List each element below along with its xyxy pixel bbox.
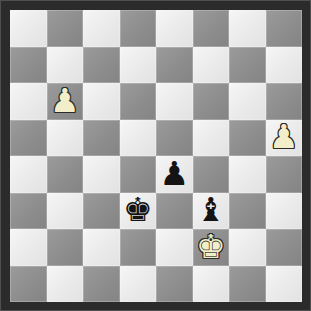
square-b7[interactable]: [47, 47, 84, 84]
square-f4[interactable]: [193, 156, 230, 193]
white-king-f2: ♚: [196, 230, 226, 263]
square-g2[interactable]: [229, 229, 266, 266]
square-f2[interactable]: ♚: [193, 229, 230, 266]
square-c1[interactable]: [83, 266, 120, 303]
square-d3[interactable]: ♚: [120, 193, 157, 230]
square-h6[interactable]: [266, 83, 303, 120]
square-b5[interactable]: [47, 120, 84, 157]
square-f6[interactable]: [193, 83, 230, 120]
square-h7[interactable]: [266, 47, 303, 84]
white-pawn-b6: ♟: [50, 84, 80, 117]
square-f1[interactable]: [193, 266, 230, 303]
square-h1[interactable]: [266, 266, 303, 303]
black-king-d3: ♚: [123, 193, 153, 226]
square-d7[interactable]: [120, 47, 157, 84]
square-d5[interactable]: [120, 120, 157, 157]
square-b6[interactable]: ♟: [47, 83, 84, 120]
square-g7[interactable]: [229, 47, 266, 84]
square-e4[interactable]: ♟: [156, 156, 193, 193]
square-a7[interactable]: [10, 47, 47, 84]
square-d8[interactable]: [120, 10, 157, 47]
square-e8[interactable]: [156, 10, 193, 47]
square-e1[interactable]: [156, 266, 193, 303]
square-f8[interactable]: [193, 10, 230, 47]
square-a2[interactable]: [10, 229, 47, 266]
square-g3[interactable]: [229, 193, 266, 230]
square-a8[interactable]: [10, 10, 47, 47]
square-d2[interactable]: [120, 229, 157, 266]
square-e5[interactable]: [156, 120, 193, 157]
square-a3[interactable]: [10, 193, 47, 230]
chess-board: ♟♟♟♚♝♚: [10, 10, 302, 302]
square-g6[interactable]: [229, 83, 266, 120]
black-bishop-f3: ♝: [196, 193, 226, 226]
square-c3[interactable]: [83, 193, 120, 230]
square-f7[interactable]: [193, 47, 230, 84]
square-d6[interactable]: [120, 83, 157, 120]
square-g1[interactable]: [229, 266, 266, 303]
square-f3[interactable]: ♝: [193, 193, 230, 230]
chess-board-frame: ♟♟♟♚♝♚: [0, 0, 311, 311]
square-c5[interactable]: [83, 120, 120, 157]
square-a4[interactable]: [10, 156, 47, 193]
square-h4[interactable]: [266, 156, 303, 193]
square-a6[interactable]: [10, 83, 47, 120]
square-e6[interactable]: [156, 83, 193, 120]
square-b3[interactable]: [47, 193, 84, 230]
square-c4[interactable]: [83, 156, 120, 193]
square-d1[interactable]: [120, 266, 157, 303]
square-h8[interactable]: [266, 10, 303, 47]
square-g5[interactable]: [229, 120, 266, 157]
black-pawn-e4: ♟: [159, 157, 189, 190]
square-d4[interactable]: [120, 156, 157, 193]
white-pawn-h5: ♟: [269, 120, 299, 153]
square-e7[interactable]: [156, 47, 193, 84]
square-f5[interactable]: [193, 120, 230, 157]
square-e2[interactable]: [156, 229, 193, 266]
square-b2[interactable]: [47, 229, 84, 266]
square-c8[interactable]: [83, 10, 120, 47]
square-c6[interactable]: [83, 83, 120, 120]
square-h2[interactable]: [266, 229, 303, 266]
square-b8[interactable]: [47, 10, 84, 47]
square-e3[interactable]: [156, 193, 193, 230]
square-h5[interactable]: ♟: [266, 120, 303, 157]
square-b1[interactable]: [47, 266, 84, 303]
square-b4[interactable]: [47, 156, 84, 193]
square-c2[interactable]: [83, 229, 120, 266]
square-a1[interactable]: [10, 266, 47, 303]
square-h3[interactable]: [266, 193, 303, 230]
square-g8[interactable]: [229, 10, 266, 47]
square-g4[interactable]: [229, 156, 266, 193]
square-a5[interactable]: [10, 120, 47, 157]
square-c7[interactable]: [83, 47, 120, 84]
